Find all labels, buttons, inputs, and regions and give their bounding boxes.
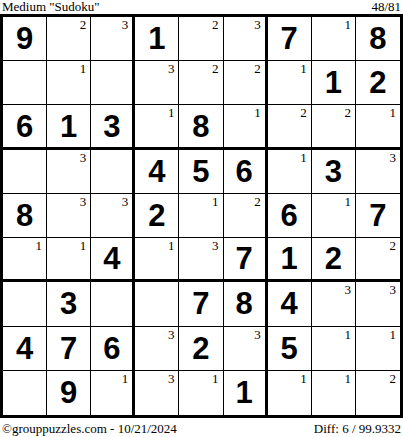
pencil-mark: 2	[254, 195, 261, 209]
pencil-mark: 2	[389, 372, 396, 386]
cell-r6c6[interactable]: 7	[224, 238, 268, 282]
given-digit: 3	[103, 111, 120, 142]
pencil-mark: 1	[80, 62, 87, 76]
cell-r3c9[interactable]: 1	[356, 105, 400, 149]
cell-r1c9[interactable]: 8	[356, 17, 400, 61]
cell-r8c6[interactable]: 3	[224, 327, 268, 371]
pencil-mark: 3	[122, 18, 129, 32]
cell-r2c5[interactable]: 2	[179, 61, 223, 105]
cell-r4c4[interactable]: 4	[135, 150, 179, 194]
cell-r4c9[interactable]: 3	[356, 150, 400, 194]
cell-r2c8[interactable]: 1	[312, 61, 356, 105]
cell-r8c4[interactable]: 3	[135, 327, 179, 371]
cell-r8c9[interactable]: 1	[356, 327, 400, 371]
cell-r1c6[interactable]: 3	[224, 17, 268, 61]
cell-r6c4[interactable]: 1	[135, 238, 179, 282]
given-digit: 7	[192, 288, 209, 319]
sudoku-page: Medium "Sudoku" 48/81 923123718132211261…	[0, 0, 403, 437]
cell-r7c1[interactable]	[3, 282, 47, 326]
given-digit: 4	[281, 288, 298, 319]
cell-r8c2[interactable]: 7	[47, 327, 91, 371]
cell-r5c6[interactable]: 2	[224, 194, 268, 238]
pencil-mark: 3	[254, 18, 261, 32]
cell-r9c6[interactable]: 1	[224, 371, 268, 415]
cell-r2c7[interactable]: 1	[268, 61, 312, 105]
cell-r5c5[interactable]: 1	[179, 194, 223, 238]
cell-r5c3[interactable]: 3	[91, 194, 135, 238]
cell-r6c9[interactable]: 2	[356, 238, 400, 282]
cell-r7c3[interactable]	[91, 282, 135, 326]
cell-r6c3[interactable]: 4	[91, 238, 135, 282]
given-digit: 8	[235, 288, 252, 319]
pencil-mark: 3	[168, 62, 175, 76]
cell-r3c5[interactable]: 8	[179, 105, 223, 149]
cell-r4c1[interactable]	[3, 150, 47, 194]
cell-r8c1[interactable]: 4	[3, 327, 47, 371]
given-digit: 5	[281, 333, 298, 364]
given-digit: 1	[235, 377, 252, 408]
pencil-mark: 1	[300, 151, 307, 165]
cell-r6c8[interactable]: 2	[312, 238, 356, 282]
pencil-mark: 2	[80, 18, 87, 32]
cell-r2c3[interactable]	[91, 61, 135, 105]
pencil-mark: 1	[168, 239, 175, 253]
cell-r7c6[interactable]: 8	[224, 282, 268, 326]
cell-r5c8[interactable]: 1	[312, 194, 356, 238]
pencil-mark: 1	[344, 372, 351, 386]
pencil-mark: 1	[122, 372, 129, 386]
given-digit: 6	[235, 156, 252, 187]
given-digit: 1	[60, 111, 77, 142]
given-digit: 7	[235, 243, 252, 274]
cell-r9c9[interactable]: 2	[356, 371, 400, 415]
given-digit: 4	[16, 333, 33, 364]
given-digit: 9	[16, 23, 33, 54]
pencil-mark: 3	[389, 151, 396, 165]
cell-r3c4[interactable]: 1	[135, 105, 179, 149]
given-digit: 2	[369, 67, 386, 98]
cell-r9c8[interactable]: 1	[312, 371, 356, 415]
pencil-mark: 2	[254, 62, 261, 76]
cell-r1c5[interactable]: 2	[179, 17, 223, 61]
cell-r1c1[interactable]: 9	[3, 17, 47, 61]
footer: ©grouppuzzles.com - 10/21/2024 Diff: 6 /…	[0, 418, 403, 437]
cell-r8c5[interactable]: 2	[179, 327, 223, 371]
cell-r8c7[interactable]: 5	[268, 327, 312, 371]
cell-r4c2[interactable]: 3	[47, 150, 91, 194]
cell-r2c9[interactable]: 2	[356, 61, 400, 105]
cell-r1c8[interactable]: 1	[312, 17, 356, 61]
pencil-mark: 1	[389, 106, 396, 120]
header: Medium "Sudoku" 48/81	[0, 0, 403, 14]
cell-r1c3[interactable]: 3	[91, 17, 135, 61]
cell-r4c5[interactable]: 5	[179, 150, 223, 194]
pencil-mark: 2	[344, 106, 351, 120]
given-digit: 7	[60, 333, 77, 364]
remaining-counter: 48/81	[371, 0, 401, 14]
cell-r8c3[interactable]: 6	[91, 327, 135, 371]
cell-r7c2[interactable]: 3	[47, 282, 91, 326]
cell-r2c2[interactable]: 1	[47, 61, 91, 105]
pencil-mark: 1	[300, 372, 307, 386]
cell-r5c4[interactable]: 2	[135, 194, 179, 238]
given-digit: 6	[281, 200, 298, 231]
cell-r4c3[interactable]	[91, 150, 135, 194]
given-digit: 2	[192, 333, 209, 364]
given-digit: 8	[192, 111, 209, 142]
cell-r7c9[interactable]: 3	[356, 282, 400, 326]
pencil-mark: 3	[80, 195, 87, 209]
cell-r2c4[interactable]: 3	[135, 61, 179, 105]
pencil-mark: 2	[212, 18, 219, 32]
given-digit: 4	[148, 156, 165, 187]
cell-r3c7[interactable]: 2	[268, 105, 312, 149]
cell-r2c1[interactable]	[3, 61, 47, 105]
given-digit: 2	[325, 243, 342, 274]
given-digit: 1	[148, 23, 165, 54]
cell-r9c4[interactable]: 3	[135, 371, 179, 415]
pencil-mark: 2	[300, 106, 307, 120]
cell-r4c6[interactable]: 6	[224, 150, 268, 194]
cell-r6c7[interactable]: 1	[268, 238, 312, 282]
cell-r1c2[interactable]: 2	[47, 17, 91, 61]
cell-r7c4[interactable]	[135, 282, 179, 326]
given-digit: 6	[103, 333, 120, 364]
cell-r2c6[interactable]: 2	[224, 61, 268, 105]
cell-r5c7[interactable]: 6	[268, 194, 312, 238]
given-digit: 3	[325, 156, 342, 187]
copyright-text: ©grouppuzzles.com - 10/21/2024	[2, 421, 177, 437]
given-digit: 5	[192, 156, 209, 187]
given-digit: 3	[60, 288, 77, 319]
pencil-mark: 1	[300, 62, 307, 76]
pencil-mark: 1	[36, 239, 43, 253]
cell-r3c8[interactable]: 2	[312, 105, 356, 149]
given-digit: 6	[16, 111, 33, 142]
cell-r9c1[interactable]	[3, 371, 47, 415]
given-digit: 1	[325, 67, 342, 98]
cell-r4c7[interactable]: 1	[268, 150, 312, 194]
given-digit: 8	[16, 200, 33, 231]
pencil-mark: 3	[122, 195, 129, 209]
pencil-mark: 1	[212, 195, 219, 209]
given-digit: 9	[60, 377, 77, 408]
given-digit: 1	[281, 243, 298, 274]
pencil-mark: 1	[168, 106, 175, 120]
pencil-mark: 3	[344, 283, 351, 297]
pencil-mark: 1	[344, 328, 351, 342]
given-digit: 2	[148, 200, 165, 231]
cell-r5c1[interactable]: 8	[3, 194, 47, 238]
cell-r6c2[interactable]: 1	[47, 238, 91, 282]
cell-r5c2[interactable]: 3	[47, 194, 91, 238]
given-digit: 7	[281, 23, 298, 54]
pencil-mark: 3	[80, 151, 87, 165]
cell-r6c1[interactable]: 1	[3, 238, 47, 282]
cell-r3c2[interactable]: 1	[47, 105, 91, 149]
cell-r5c9[interactable]: 7	[356, 194, 400, 238]
pencil-mark: 2	[389, 239, 396, 253]
pencil-mark: 1	[344, 195, 351, 209]
cell-r7c5[interactable]: 7	[179, 282, 223, 326]
sudoku-board: 9231237181322112613181221345613383321261…	[0, 14, 403, 418]
pencil-mark: 3	[254, 328, 261, 342]
cell-r7c8[interactable]: 3	[312, 282, 356, 326]
page-title: Medium "Sudoku"	[2, 0, 100, 14]
pencil-mark: 3	[168, 328, 175, 342]
given-digit: 4	[103, 243, 120, 274]
pencil-mark: 1	[389, 328, 396, 342]
cell-r3c3[interactable]: 3	[91, 105, 135, 149]
cell-r7c7[interactable]: 4	[268, 282, 312, 326]
cell-r3c6[interactable]: 1	[224, 105, 268, 149]
given-digit: 7	[369, 200, 386, 231]
cell-r4c8[interactable]: 3	[312, 150, 356, 194]
cell-r9c2[interactable]: 9	[47, 371, 91, 415]
cell-r8c8[interactable]: 1	[312, 327, 356, 371]
given-digit: 8	[369, 23, 386, 54]
pencil-mark: 1	[212, 372, 219, 386]
pencil-mark: 3	[168, 372, 175, 386]
pencil-mark: 2	[212, 62, 219, 76]
cell-r1c4[interactable]: 1	[135, 17, 179, 61]
pencil-mark: 1	[80, 239, 87, 253]
pencil-mark: 1	[254, 106, 261, 120]
cell-r1c7[interactable]: 7	[268, 17, 312, 61]
difficulty-text: Diff: 6 / 99.9332	[314, 421, 401, 437]
pencil-mark: 3	[389, 283, 396, 297]
cell-r9c7[interactable]: 1	[268, 371, 312, 415]
pencil-mark: 3	[212, 239, 219, 253]
pencil-mark: 1	[344, 18, 351, 32]
cell-r3c1[interactable]: 6	[3, 105, 47, 149]
cell-r9c3[interactable]: 1	[91, 371, 135, 415]
cell-r9c5[interactable]: 1	[179, 371, 223, 415]
cell-r6c5[interactable]: 3	[179, 238, 223, 282]
